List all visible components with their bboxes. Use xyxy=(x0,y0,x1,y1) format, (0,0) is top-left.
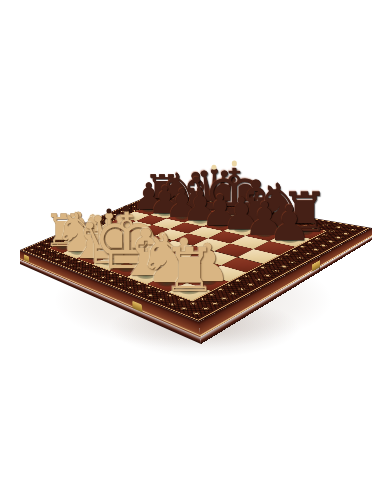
chess-set-photo: ♜♞♝♛♚♝♞♜♟♟♟♟♟♟♟♟♟♟♟♟♟♟♟♟♜♞♝♛♚♝♞♜ xyxy=(0,0,381,492)
piece-white-rook-h1: ♜ xyxy=(162,240,216,301)
piece-black-pawn-h7: ♟ xyxy=(268,199,312,248)
finial-dot xyxy=(124,205,130,211)
brass-clasp-icon xyxy=(132,301,142,313)
finial-dot xyxy=(232,161,238,167)
brass-clasp-icon xyxy=(24,254,29,262)
